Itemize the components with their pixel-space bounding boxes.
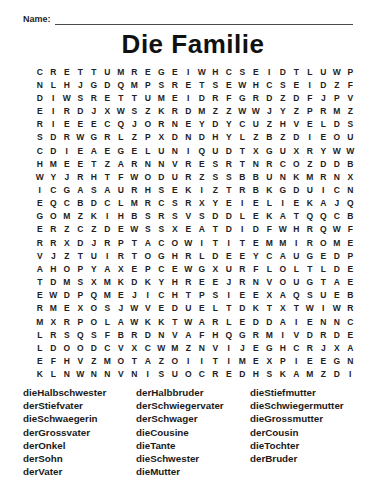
grid-cell: D [141,328,155,341]
grid-cell: E [222,249,236,262]
grid-cell: J [114,302,128,315]
grid-cell: R [263,157,277,170]
grid-cell: A [114,315,128,328]
grid-cell: H [276,341,290,354]
grid-cell: U [222,262,236,275]
grid-cell: T [74,249,88,262]
grid-cell: N [249,276,263,289]
grid-cell: A [344,341,358,354]
word-list-item: derCousin [250,426,368,439]
grid-cell: F [249,262,263,275]
grid-cell: D [330,262,344,275]
grid-cell: A [195,223,209,236]
grid-cell: K [303,197,317,210]
grid-cell: W [276,223,290,236]
grid-cell: R [209,315,223,328]
grid-cell: T [87,65,101,78]
word-list-item: dieSchwiegermutter [250,399,368,412]
grid-cell: O [47,210,61,223]
grid-cell: I [182,65,196,78]
grid-cell: C [74,223,88,236]
grid-cell: G [87,131,101,144]
grid-cell: E [60,302,74,315]
grid-cell: O [60,262,74,275]
grid-cell: F [222,91,236,104]
grid-cell: I [33,183,47,196]
word-list-item: dieMutter [136,465,250,478]
grid-cell: W [155,341,169,354]
grid-cell: S [141,210,155,223]
grid-cell: R [182,276,196,289]
grid-cell: N [128,368,142,381]
grid-cell: E [114,289,128,302]
grid-cell: D [222,223,236,236]
grid-cell: W [330,223,344,236]
grid-cell: J [47,249,61,262]
grid-cell: V [290,328,304,341]
grid-cell: L [263,262,277,275]
grid-cell: N [60,368,74,381]
grid-cell: O [114,354,128,367]
grid-cell: D [263,91,277,104]
grid-cell: E [249,341,263,354]
grid-cell: T [128,249,142,262]
grid-cell: H [114,210,128,223]
grid-cell: M [263,236,277,249]
grid-cell: K [249,302,263,315]
grid-cell: Z [317,368,331,381]
grid-cell: C [263,249,277,262]
grid-cell: D [249,223,263,236]
grid-cell: E [141,65,155,78]
grid-cell: S [101,302,115,315]
grid-cell: I [195,183,209,196]
grid-cell: D [317,157,331,170]
grid-cell: X [168,223,182,236]
grid-cell: W [195,65,209,78]
grid-cell: E [114,223,128,236]
grid-cell: I [222,236,236,249]
grid-cell: K [276,368,290,381]
grid-cell: E [128,144,142,157]
grid-cell: M [60,210,74,223]
grid-cell: H [249,78,263,91]
grid-cell: Q [114,78,128,91]
grid-cell: W [182,315,196,328]
grid-cell: K [263,183,277,196]
grid-cell: C [195,368,209,381]
grid-cell: G [87,78,101,91]
grid-cell: R [303,144,317,157]
grid-cell: W [47,289,61,302]
grid-cell: E [249,197,263,210]
grid-cell: A [33,262,47,275]
grid-cell: O [141,118,155,131]
grid-cell: C [290,341,304,354]
grid-cell: T [317,276,331,289]
word-list-item: dieGrossmutter [250,412,368,425]
grid-cell: R [168,78,182,91]
grid-cell: U [317,65,331,78]
grid-cell: O [87,302,101,315]
grid-cell: S [168,197,182,210]
grid-cell: D [330,328,344,341]
grid-cell: T [236,144,250,157]
grid-cell: Q [290,289,304,302]
grid-cell: O [276,276,290,289]
grid-cell: Y [317,144,331,157]
grid-cell: S [209,157,223,170]
grid-cell: P [344,65,358,78]
grid-cell: K [33,368,47,381]
grid-cell: Y [195,118,209,131]
grid-cell: Q [303,210,317,223]
grid-cell: I [276,197,290,210]
grid-cell: N [344,354,358,367]
grid-cell: W [128,170,142,183]
grid-cell: U [182,302,196,315]
grid-cell: Z [87,223,101,236]
grid-cell: I [101,249,115,262]
grid-cell: W [33,170,47,183]
grid-cell: O [182,368,196,381]
grid-cell: N [101,368,115,381]
grid-cell: L [47,78,61,91]
grid-cell: R [47,223,61,236]
grid-cell: N [168,144,182,157]
grid-cell: G [276,183,290,196]
word-list-item: derSohn [23,452,136,465]
grid-cell: C [344,315,358,328]
grid-cell: D [74,236,88,249]
grid-cell: R [47,65,61,78]
grid-cell: D [236,302,250,315]
grid-cell: M [47,302,61,315]
grid-cell: F [344,78,358,91]
grid-cell: T [303,262,317,275]
grid-cell: I [290,236,304,249]
grid-cell: G [303,249,317,262]
grid-cell: E [303,354,317,367]
grid-cell: M [303,368,317,381]
grid-cell: N [155,157,169,170]
grid-cell: A [182,328,196,341]
grid-cell: N [330,170,344,183]
grid-cell: R [303,223,317,236]
grid-cell: E [222,368,236,381]
grid-cell: T [290,65,304,78]
grid-cell: X [87,276,101,289]
grid-cell: A [317,197,331,210]
grid-cell: I [182,354,196,367]
grid-cell: T [195,78,209,91]
grid-cell: V [209,341,223,354]
grid-cell: R [317,104,331,117]
grid-cell: E [60,65,74,78]
grid-cell: H [290,223,304,236]
grid-cell: M [303,170,317,183]
grid-cell: X [195,197,209,210]
grid-cell: C [101,118,115,131]
grid-cell: E [168,65,182,78]
grid-cell: V [182,210,196,223]
grid-cell: S [195,210,209,223]
word-list-item: derStiefvater [23,399,136,412]
grid-cell: T [101,170,115,183]
grid-cell: K [141,276,155,289]
grid-cell: V [344,91,358,104]
grid-cell: D [276,65,290,78]
grid-cell: G [303,276,317,289]
grid-cell: R [344,302,358,315]
grid-cell: N [195,341,209,354]
grid-cell: D [317,78,331,91]
grid-cell: A [330,276,344,289]
word-list-item: derSchwiegervater [136,399,250,412]
grid-cell: W [74,368,88,381]
grid-cell: Q [222,328,236,341]
grid-cell: D [330,368,344,381]
grid-cell: W [182,262,196,275]
grid-cell: T [222,183,236,196]
grid-cell: E [195,302,209,315]
grid-cell: M [263,328,277,341]
grid-cell: R [60,131,74,144]
word-list-item: derVater [23,465,136,478]
grid-cell: W [330,144,344,157]
grid-cell: E [155,302,169,315]
grid-cell: T [236,157,250,170]
grid-cell: I [195,236,209,249]
grid-cell: W [249,104,263,117]
grid-cell: R [33,118,47,131]
grid-cell: E [33,289,47,302]
grid-cell: J [222,276,236,289]
grid-cell: H [209,65,223,78]
grid-cell: S [155,368,169,381]
grid-cell: Z [249,131,263,144]
grid-cell: P [330,91,344,104]
word-list-item: dieSchwester [136,452,250,465]
grid-cell: D [74,104,88,117]
grid-cell: Q [344,197,358,210]
grid-cell: J [87,104,101,117]
grid-cell: C [141,341,155,354]
grid-cell: Z [87,354,101,367]
grid-cell: X [101,104,115,117]
grid-cell: D [47,276,61,289]
word-list-item: dieStiefmutter [250,386,368,399]
grid-cell: U [249,118,263,131]
grid-cell: C [330,210,344,223]
grid-cell: I [303,78,317,91]
grid-cell: L [141,144,155,157]
grid-cell: R [128,183,142,196]
grid-cell: V [168,157,182,170]
grid-cell: O [60,341,74,354]
grid-cell: E [195,157,209,170]
grid-cell: W [128,315,142,328]
grid-cell: K [114,276,128,289]
name-row: Name: [23,13,353,25]
grid-cell: R [155,118,169,131]
grid-cell: S [74,276,88,289]
grid-cell: X [47,315,61,328]
grid-cell: M [330,236,344,249]
grid-cell: B [344,157,358,170]
grid-cell: J [87,236,101,249]
grid-cell: E [209,276,223,289]
grid-cell: E [101,144,115,157]
grid-cell: T [182,289,196,302]
name-fill-line [55,13,353,25]
grid-cell: U [263,170,277,183]
grid-cell: A [276,210,290,223]
grid-cell: A [141,354,155,367]
grid-cell: J [330,197,344,210]
grid-cell: P [74,315,88,328]
grid-cell: N [141,157,155,170]
grid-cell: O [168,236,182,249]
grid-cell: P [74,262,88,275]
grid-cell: R [303,341,317,354]
grid-cell: M [114,65,128,78]
grid-cell: D [249,315,263,328]
grid-cell: O [317,236,331,249]
grid-cell: R [317,170,331,183]
grid-cell: M [330,104,344,117]
grid-cell: N [87,368,101,381]
grid-cell: J [317,91,331,104]
grid-cell: J [74,78,88,91]
grid-cell: Q [87,289,101,302]
grid-cell: I [60,144,74,157]
grid-cell: E [87,118,101,131]
grid-cell: Y [155,276,169,289]
grid-cell: J [60,170,74,183]
grid-cell: T [290,210,304,223]
grid-cell: U [168,170,182,183]
letter-grid: CRETTUMREGEIWHCSEIDTLUWPNLHJGDQMPSRETSEW… [33,65,357,381]
word-list-item: derBruder [250,452,368,465]
grid-cell: O [141,249,155,262]
grid-cell: I [263,65,277,78]
grid-cell: M [101,354,115,367]
grid-cell: H [60,354,74,367]
grid-cell: L [209,302,223,315]
grid-cell: I [222,354,236,367]
grid-cell: C [47,183,61,196]
grid-cell: D [330,157,344,170]
grid-cell: Y [222,118,236,131]
grid-cell: T [290,302,304,315]
grid-cell: O [168,354,182,367]
grid-cell: E [236,249,250,262]
grid-cell: G [195,262,209,275]
grid-cell: D [195,131,209,144]
grid-cell: G [33,210,47,223]
grid-cell: D [290,183,304,196]
grid-cell: D [128,276,142,289]
grid-cell: T [222,302,236,315]
grid-cell: M [101,276,115,289]
grid-cell: B [249,183,263,196]
grid-cell: E [317,131,331,144]
grid-cell: E [249,289,263,302]
grid-cell: R [209,368,223,381]
grid-cell: E [249,210,263,223]
grid-cell: N [182,131,196,144]
grid-cell: X [263,354,277,367]
word-list-item: dieTante [136,439,250,452]
grid-cell: Z [182,341,196,354]
grid-cell: E [74,157,88,170]
grid-cell: U [303,183,317,196]
grid-cell: R [74,170,88,183]
word-list-item: dieCousine [136,426,250,439]
grid-cell: D [290,131,304,144]
grid-cell: T [33,276,47,289]
word-list-item: dieSchwaegerin [23,412,136,425]
grid-cell: D [168,302,182,315]
grid-cell: N [330,315,344,328]
grid-cell: H [33,157,47,170]
grid-cell: P [276,354,290,367]
grid-cell: H [168,249,182,262]
grid-cell: D [182,104,196,117]
grid-cell: E [182,118,196,131]
word-list-item: derOnkel [23,439,136,452]
grid-cell: J [263,104,277,117]
grid-cell: U [344,131,358,144]
word-list-item: derHalbbruder [136,386,250,399]
grid-cell: I [236,197,250,210]
grid-cell: L [317,118,331,131]
grid-cell: E [303,118,317,131]
grid-cell: Q [74,328,88,341]
grid-cell: U [141,91,155,104]
grid-cell: T [236,236,250,249]
grid-cell: V [33,249,47,262]
grid-cell: O [290,157,304,170]
grid-cell: H [87,170,101,183]
grid-cell: W [303,302,317,315]
grid-cell: V [141,302,155,315]
grid-cell: I [47,118,61,131]
grid-cell: P [141,262,155,275]
grid-cell: U [209,144,223,157]
grid-cell: N [168,118,182,131]
grid-cell: C [276,157,290,170]
grid-cell: S [33,131,47,144]
grid-cell: A [276,289,290,302]
grid-cell: X [155,131,169,144]
grid-cell: L [114,197,128,210]
grid-cell: X [114,262,128,275]
grid-cell: G [236,328,250,341]
grid-cell: Z [60,223,74,236]
grid-cell: E [74,144,88,157]
grid-cell: T [128,91,142,104]
grid-cell: R [47,328,61,341]
grid-cell: S [236,65,250,78]
grid-cell: E [249,236,263,249]
grid-cell: H [249,368,263,381]
grid-cell: R [87,91,101,104]
grid-cell: O [74,341,88,354]
grid-cell: B [249,170,263,183]
grid-cell: U [317,289,331,302]
